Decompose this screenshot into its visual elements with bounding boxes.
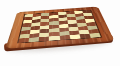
square-d1[interactable] — [49, 36, 59, 41]
square-c8[interactable] — [41, 13, 49, 16]
square-h1[interactable] — [89, 33, 101, 38]
square-h3[interactable] — [87, 25, 98, 29]
square-b1[interactable] — [29, 37, 40, 42]
square-h8[interactable] — [82, 10, 91, 13]
square-d5[interactable] — [49, 21, 58, 25]
board-grid — [17, 10, 102, 44]
square-c3[interactable] — [40, 29, 50, 33]
square-c1[interactable] — [39, 36, 49, 41]
square-b6[interactable] — [32, 19, 41, 23]
photo-background — [0, 0, 120, 66]
square-e1[interactable] — [59, 35, 70, 40]
square-e2[interactable] — [59, 31, 69, 36]
